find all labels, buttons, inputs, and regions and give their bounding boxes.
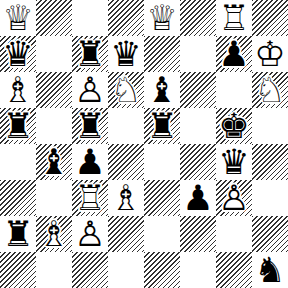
- square-f7[interactable]: [180, 36, 216, 72]
- square-e2[interactable]: [144, 216, 180, 252]
- square-a5[interactable]: ♜: [0, 108, 36, 144]
- square-f1[interactable]: [180, 252, 216, 288]
- square-h2[interactable]: [252, 216, 288, 252]
- square-a7[interactable]: ♛: [0, 36, 36, 72]
- black-pawn[interactable]: ♟: [180, 180, 216, 216]
- square-e3[interactable]: [144, 180, 180, 216]
- white-king[interactable]: ♔: [252, 36, 288, 72]
- square-b3[interactable]: [36, 180, 72, 216]
- white-pawn[interactable]: ♙: [72, 72, 108, 108]
- square-c3[interactable]: ♜♖: [72, 180, 108, 216]
- square-f3[interactable]: ♟: [180, 180, 216, 216]
- square-a4[interactable]: [0, 144, 36, 180]
- square-d1[interactable]: [108, 252, 144, 288]
- square-b7[interactable]: [36, 36, 72, 72]
- square-h8[interactable]: [252, 0, 288, 36]
- black-rook[interactable]: ♜: [0, 216, 36, 252]
- white-bishop[interactable]: ♗: [108, 180, 144, 216]
- black-pawn[interactable]: ♟: [72, 144, 108, 180]
- square-e7[interactable]: [144, 36, 180, 72]
- square-f4[interactable]: [180, 144, 216, 180]
- black-queen[interactable]: ♛: [108, 36, 144, 72]
- square-g7[interactable]: ♟: [216, 36, 252, 72]
- square-h1[interactable]: ♞: [252, 252, 288, 288]
- square-c2[interactable]: ♟♙: [72, 216, 108, 252]
- white-pawn[interactable]: ♙: [216, 180, 252, 216]
- square-c7[interactable]: ♜: [72, 36, 108, 72]
- square-g2[interactable]: [216, 216, 252, 252]
- chess-board: ♛♕♛♕♜♖♛♜♛♟♚♔♝♗♟♙♞♘♝♞♘♜♜♜♚♝♟♛♜♖♝♗♟♟♙♜♝♗♟♙…: [0, 0, 288, 288]
- square-d2[interactable]: [108, 216, 144, 252]
- square-c4[interactable]: ♟: [72, 144, 108, 180]
- square-d8[interactable]: [108, 0, 144, 36]
- square-e4[interactable]: [144, 144, 180, 180]
- square-h3[interactable]: [252, 180, 288, 216]
- square-b1[interactable]: [36, 252, 72, 288]
- square-b5[interactable]: [36, 108, 72, 144]
- square-f2[interactable]: [180, 216, 216, 252]
- square-c1[interactable]: [72, 252, 108, 288]
- black-bishop[interactable]: ♝: [144, 72, 180, 108]
- white-knight[interactable]: ♘: [252, 72, 288, 108]
- square-g6[interactable]: [216, 72, 252, 108]
- white-rook[interactable]: ♖: [72, 180, 108, 216]
- square-c5[interactable]: ♜: [72, 108, 108, 144]
- black-rook[interactable]: ♜: [144, 108, 180, 144]
- black-pawn[interactable]: ♟: [216, 36, 252, 72]
- white-knight[interactable]: ♘: [108, 72, 144, 108]
- square-a2[interactable]: ♜: [0, 216, 36, 252]
- square-a6[interactable]: ♝♗: [0, 72, 36, 108]
- square-e6[interactable]: ♝: [144, 72, 180, 108]
- square-e1[interactable]: [144, 252, 180, 288]
- square-d5[interactable]: [108, 108, 144, 144]
- white-queen[interactable]: ♕: [0, 0, 36, 36]
- square-b6[interactable]: [36, 72, 72, 108]
- square-g8[interactable]: ♜♖: [216, 0, 252, 36]
- square-a3[interactable]: [0, 180, 36, 216]
- square-d7[interactable]: ♛: [108, 36, 144, 72]
- white-pawn[interactable]: ♙: [72, 216, 108, 252]
- square-f6[interactable]: [180, 72, 216, 108]
- black-bishop[interactable]: ♝: [36, 144, 72, 180]
- black-knight[interactable]: ♞: [252, 252, 288, 288]
- white-rook[interactable]: ♖: [216, 0, 252, 36]
- black-queen[interactable]: ♛: [0, 36, 36, 72]
- square-a8[interactable]: ♛♕: [0, 0, 36, 36]
- square-e8[interactable]: ♛♕: [144, 0, 180, 36]
- white-queen[interactable]: ♕: [144, 0, 180, 36]
- square-e5[interactable]: ♜: [144, 108, 180, 144]
- square-b4[interactable]: ♝: [36, 144, 72, 180]
- white-bishop[interactable]: ♗: [0, 72, 36, 108]
- square-c6[interactable]: ♟♙: [72, 72, 108, 108]
- square-g3[interactable]: ♟♙: [216, 180, 252, 216]
- square-b8[interactable]: [36, 0, 72, 36]
- black-rook[interactable]: ♜: [72, 36, 108, 72]
- white-bishop[interactable]: ♗: [36, 216, 72, 252]
- square-f5[interactable]: [180, 108, 216, 144]
- square-h7[interactable]: ♚♔: [252, 36, 288, 72]
- black-rook[interactable]: ♜: [72, 108, 108, 144]
- square-h6[interactable]: ♞♘: [252, 72, 288, 108]
- square-a1[interactable]: [0, 252, 36, 288]
- square-d4[interactable]: [108, 144, 144, 180]
- square-d6[interactable]: ♞♘: [108, 72, 144, 108]
- black-queen[interactable]: ♛: [216, 144, 252, 180]
- square-d3[interactable]: ♝♗: [108, 180, 144, 216]
- square-h4[interactable]: [252, 144, 288, 180]
- black-king[interactable]: ♚: [216, 108, 252, 144]
- square-g1[interactable]: [216, 252, 252, 288]
- square-h5[interactable]: [252, 108, 288, 144]
- black-rook[interactable]: ♜: [0, 108, 36, 144]
- square-g5[interactable]: ♚: [216, 108, 252, 144]
- square-g4[interactable]: ♛: [216, 144, 252, 180]
- square-c8[interactable]: [72, 0, 108, 36]
- square-b2[interactable]: ♝♗: [36, 216, 72, 252]
- chess-diagram: ♛♕♛♕♜♖♛♜♛♟♚♔♝♗♟♙♞♘♝♞♘♜♜♜♚♝♟♛♜♖♝♗♟♟♙♜♝♗♟♙…: [0, 0, 288, 288]
- square-f8[interactable]: [180, 0, 216, 36]
